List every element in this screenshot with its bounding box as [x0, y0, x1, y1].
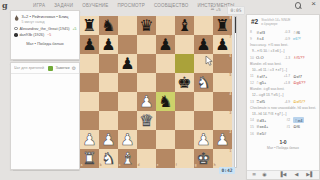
- square-c5[interactable]: [118, 73, 137, 92]
- coord-file-c: c: [119, 164, 121, 167]
- square-f3[interactable]: [175, 111, 194, 130]
- white-move[interactable]: ♖xf5: [256, 99, 280, 104]
- black-pawn-g7: ♟: [194, 35, 213, 54]
- square-e7[interactable]: ♟: [156, 35, 175, 54]
- move-row: 12♘g5++1.8♔g6??: [247, 80, 319, 87]
- square-d2[interactable]: [137, 130, 156, 149]
- square-d8[interactable]: ♛: [137, 16, 156, 35]
- move-eval: #2: [280, 118, 293, 122]
- eval-gauge: [234, 16, 238, 168]
- coord-file-a: a: [81, 164, 83, 167]
- square-h1[interactable]: 1h: [213, 149, 232, 168]
- analysis-toolbar: ≡◉ ▐◀◀▶▌: [247, 170, 319, 180]
- current-move[interactable]: ♘e4: [293, 117, 304, 123]
- square-f6[interactable]: [175, 54, 194, 73]
- black-pawn-b7: ♟: [99, 35, 118, 54]
- black-knight-e4: ♞: [156, 92, 175, 111]
- square-g8[interactable]: [194, 16, 213, 35]
- coord-rank-2: 2: [230, 131, 232, 134]
- move-row: 15♕xe4+#1♔f6: [247, 124, 319, 131]
- square-e8[interactable]: [156, 16, 175, 35]
- white-bishop-c1: ♝: [118, 149, 137, 168]
- engine-header: #2 Stockfish 14+ NNUE в браузере: [247, 15, 319, 28]
- result-text: Мат • Победа белых: [247, 146, 319, 150]
- black-move[interactable]: ♘e4: [293, 118, 316, 123]
- game-meta-row: 3+2 • Рейтинговая • Блиц 5 минут назад: [14, 14, 76, 24]
- square-d1[interactable]: d: [137, 149, 156, 168]
- chessboard: ♜♞♛♝♜8♟♟♟♟♟7♟6♚♞5♟♞4♛3♟♟♟♟♟2♜a♞b♝cdef♚g1…: [80, 16, 232, 168]
- black-move[interactable]: e6?!: [293, 36, 316, 41]
- white-move[interactable]: ♕d3+: [256, 118, 280, 123]
- white-knight-b1: ♞: [99, 149, 118, 168]
- white-pawn-d4: ♟: [137, 92, 156, 111]
- black-move-text[interactable]: ♔f6: [293, 124, 300, 129]
- square-a7[interactable]: ♟: [80, 35, 99, 54]
- square-d4[interactable]: ♟: [137, 92, 156, 111]
- square-a4[interactable]: [80, 92, 99, 111]
- square-g5[interactable]: ♞: [194, 73, 213, 92]
- analysis-panel: #2 Stockfish 14+ NNUE в браузере 8♕xf3-0…: [246, 14, 320, 180]
- white-queen-d3: ♛: [137, 111, 156, 130]
- eval-gauge-black-part: [235, 17, 237, 33]
- black-pawn-e7: ♟: [156, 35, 175, 54]
- square-e1[interactable]: e: [156, 149, 175, 168]
- gear-icon[interactable]: ⚙: [72, 66, 76, 71]
- square-g7[interactable]: ♟: [194, 35, 213, 54]
- square-d6[interactable]: [137, 54, 156, 73]
- square-e3[interactable]: [156, 111, 175, 130]
- square-c8[interactable]: [118, 16, 137, 35]
- game-date-label: 5 минут назад: [22, 20, 69, 24]
- white-move[interactable]: ♕xf3: [256, 30, 280, 35]
- square-c4[interactable]: [118, 92, 137, 111]
- white-move[interactable]: ♘g5+: [256, 80, 280, 85]
- tab-notes[interactable]: Заметки: [55, 66, 69, 70]
- coord-file-d: d: [138, 164, 140, 167]
- white-color-icon: [14, 27, 18, 31]
- nav-item-задачи[interactable]: ЗАДАЧИ: [54, 3, 73, 8]
- square-f2[interactable]: [175, 130, 194, 149]
- coord-file-h: h: [214, 164, 216, 167]
- black-move[interactable]: ♗f5??: [293, 55, 316, 60]
- white-move[interactable]: ♕e5#: [256, 131, 280, 136]
- black-move[interactable]: ♔xf5!?: [293, 99, 316, 104]
- square-h3[interactable]: 3: [213, 111, 232, 130]
- black-move[interactable]: ♔xf7: [293, 74, 316, 79]
- explorer-icon[interactable]: ◉: [262, 172, 266, 177]
- square-a8[interactable]: ♜: [80, 16, 99, 35]
- square-g1[interactable]: ♚g: [194, 149, 213, 168]
- move-eval: -4.9: [280, 100, 293, 104]
- move-row: 14♕d3+#2♘e4: [247, 117, 319, 124]
- square-d7[interactable]: [137, 35, 156, 54]
- mouse-cursor: [205, 56, 213, 66]
- nav-item-просмотр[interactable]: ПРОСМОТР: [118, 3, 145, 8]
- result-score: 1-0: [247, 139, 319, 145]
- square-a6[interactable]: [80, 54, 99, 73]
- square-g2[interactable]: ♟: [194, 130, 213, 149]
- move-row: 8♕xf3-0.3♘f6: [247, 29, 319, 36]
- white-pawn-b2: ♟: [99, 130, 118, 149]
- black-move-text[interactable]: ♔xf7: [293, 74, 302, 79]
- white-rating-delta: +5: [73, 27, 77, 31]
- chat-toggle[interactable]: [48, 66, 54, 71]
- coord-rank-1: 1: [230, 150, 232, 153]
- time-control-label: 3+2 • Рейтинговая • Блиц: [22, 14, 69, 19]
- white-player-name[interactable]: Alexandrov_the_Great (1945): [20, 27, 70, 31]
- result-block: 1-0 Мат • Победа белых: [247, 139, 319, 150]
- coord-rank-6: 6: [230, 55, 232, 58]
- last-move-icon[interactable]: ▶▌: [306, 172, 314, 177]
- prev-move-icon[interactable]: ◀: [294, 172, 298, 177]
- coord-rank-3: 3: [230, 112, 232, 115]
- white-pawn-c2: ♟: [118, 130, 137, 149]
- coord-file-g: g: [195, 164, 197, 167]
- square-h6[interactable]: 6: [213, 54, 232, 73]
- menu-icon[interactable]: ≡: [252, 172, 256, 177]
- game-info-card: 3+2 • Рейтинговая • Блиц 5 минут назад A…: [10, 10, 80, 60]
- square-c6[interactable]: ♟: [118, 54, 137, 73]
- black-pawn-c6: ♟: [118, 54, 137, 73]
- black-rating-delta: −5: [47, 33, 51, 37]
- coord-file-b: b: [100, 164, 102, 167]
- square-f5[interactable]: ♚: [175, 73, 194, 92]
- engine-eval: #2: [251, 18, 258, 25]
- nav-item-игра[interactable]: ИГРА: [33, 3, 45, 8]
- coord-rank-8: 8: [230, 17, 232, 20]
- move-row: 13♖xf5-4.9♔xf5!?: [247, 98, 319, 105]
- engine-location: в браузере: [261, 22, 290, 26]
- black-material-advantage: ♖ +5: [210, 5, 221, 13]
- square-e6[interactable]: [156, 54, 175, 73]
- square-c1[interactable]: ♝c: [118, 149, 137, 168]
- white-king-g1: ♚: [194, 149, 213, 168]
- chat-card: Чат для зрителей Заметки ⚙: [10, 62, 80, 170]
- black-move[interactable]: ♔f6: [293, 124, 316, 129]
- square-h7[interactable]: ♟7: [213, 35, 232, 54]
- square-f8[interactable]: ♝: [175, 16, 194, 35]
- square-b8[interactable]: ♞: [99, 16, 118, 35]
- square-f4[interactable]: [175, 92, 194, 111]
- black-move[interactable]: ♔g6??: [293, 80, 316, 85]
- square-c7[interactable]: [118, 35, 137, 54]
- white-clock: 0:42: [219, 167, 235, 175]
- coord-file-f: f: [176, 164, 177, 167]
- close-icon[interactable]: ×: [311, 0, 316, 8]
- square-c2[interactable]: ♟: [118, 130, 137, 149]
- square-b1[interactable]: ♞b: [99, 149, 118, 168]
- square-h8[interactable]: ♜8: [213, 16, 232, 35]
- lichess-analysis-page: g ИГРАЗАДАЧИОБУЧЕНИЕПРОСМОТРСООБЩЕСТВОИН…: [0, 0, 320, 180]
- coord-rank-4: 4: [230, 93, 232, 96]
- white-knight-g5: ♞: [194, 73, 213, 92]
- move-eval: -0.3: [280, 30, 293, 34]
- square-g3[interactable]: [194, 111, 213, 130]
- white-pawn-g2: ♟: [194, 130, 213, 149]
- square-b4[interactable]: [99, 92, 118, 111]
- square-d3[interactable]: ♛: [137, 111, 156, 130]
- first-move-icon[interactable]: ▐◀: [279, 172, 287, 177]
- square-h4[interactable]: 4: [213, 92, 232, 111]
- move-row: 16♕e5#: [247, 130, 319, 137]
- square-g4[interactable]: [194, 92, 213, 111]
- coord-rank-5: 5: [230, 74, 232, 77]
- black-player-name[interactable]: dan93b (1926): [20, 33, 45, 37]
- black-color-icon: [14, 33, 18, 37]
- move-eval: +1.8: [280, 81, 293, 85]
- chat-header: Чат для зрителей Заметки ⚙: [11, 63, 79, 74]
- square-b7[interactable]: ♟: [99, 35, 118, 54]
- black-knight-b8: ♞: [99, 16, 118, 35]
- coord-file-e: e: [157, 164, 159, 167]
- tab-spectator-chat[interactable]: Чат для зрителей: [14, 66, 46, 70]
- square-h5[interactable]: 5: [213, 73, 232, 92]
- square-f1[interactable]: f: [175, 149, 194, 168]
- move-row: 10O-O-1.3♗f5??: [247, 54, 319, 61]
- nav-item-обучение[interactable]: ОБУЧЕНИЕ: [82, 3, 108, 8]
- move-eval: #1: [280, 125, 293, 129]
- white-rook-a1: ♜: [80, 149, 99, 168]
- black-bishop-f8: ♝: [175, 16, 194, 35]
- black-move-text[interactable]: e6?!: [293, 36, 301, 41]
- white-move[interactable]: ♗c4: [256, 36, 280, 41]
- square-a1[interactable]: ♜a: [80, 149, 99, 168]
- square-e2[interactable]: [156, 130, 175, 149]
- square-e5[interactable]: [156, 73, 175, 92]
- black-move[interactable]: ♘f6: [293, 30, 316, 35]
- black-move-text[interactable]: ♔xf5!?: [293, 99, 305, 104]
- move-eval: -1.3: [280, 56, 293, 60]
- nav-item-сообщество[interactable]: СООБЩЕСТВО: [154, 3, 189, 8]
- coord-rank-7: 7: [230, 36, 232, 39]
- square-b5[interactable]: [99, 73, 118, 92]
- black-move-text[interactable]: ♘f6: [293, 30, 300, 35]
- square-b3[interactable]: [99, 111, 118, 130]
- move-eval: +1.7: [280, 74, 293, 78]
- move-list: 8♕xf3-0.3♘f69♗c4-0.9e6?!Inaccuracy. ♗f5 …: [247, 29, 319, 137]
- square-b2[interactable]: ♟: [99, 130, 118, 149]
- square-b6[interactable]: [99, 54, 118, 73]
- black-pawn-a7: ♟: [80, 35, 99, 54]
- square-a5[interactable]: [80, 73, 99, 92]
- black-clock: 0:05: [227, 6, 245, 16]
- black-rook-a8: ♜: [80, 16, 99, 35]
- square-a3[interactable]: [80, 111, 99, 130]
- move-eval: -0.9: [280, 37, 293, 41]
- white-move[interactable]: O-O: [256, 55, 280, 60]
- square-e4[interactable]: ♞: [156, 92, 175, 111]
- square-a2[interactable]: ♟: [80, 130, 99, 149]
- blitz-flame-icon: [14, 14, 19, 22]
- white-move[interactable]: ♕xe4+: [256, 124, 280, 129]
- black-move-text[interactable]: ♗f5??: [293, 55, 304, 60]
- white-pawn-a2: ♟: [80, 130, 99, 149]
- white-player-row: Alexandrov_the_Great (1945) +5: [14, 27, 76, 31]
- black-king-f5: ♚: [175, 73, 194, 92]
- square-d5[interactable]: [137, 73, 156, 92]
- black-queen-d8: ♛: [137, 16, 156, 35]
- game-status: Мат • Победа белых: [14, 41, 76, 46]
- move-row: 11♗xf7++1.7♔xf7: [247, 73, 319, 80]
- site-logo[interactable]: g: [2, 0, 8, 10]
- black-player-row: dan93b (1926) −5: [14, 33, 76, 37]
- square-f7[interactable]: [175, 35, 194, 54]
- captured-rook-icon: ♖: [210, 6, 215, 12]
- square-h2[interactable]: ♟2: [213, 130, 232, 149]
- move-row: 9♗c4-0.9e6?!: [247, 36, 319, 43]
- white-move[interactable]: ♗xf7+: [256, 74, 280, 79]
- square-c3[interactable]: [118, 111, 137, 130]
- search-icon[interactable]: [295, 2, 302, 9]
- black-move-text[interactable]: ♔g6??: [293, 80, 305, 85]
